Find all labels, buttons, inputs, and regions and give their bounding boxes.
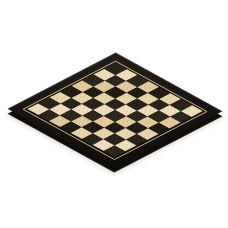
playing-field <box>27 63 202 157</box>
chessboard <box>8 53 223 168</box>
product-photo <box>0 0 228 228</box>
